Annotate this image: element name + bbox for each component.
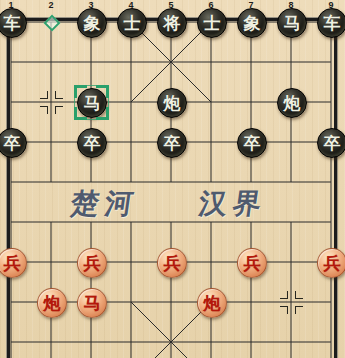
black-soldier[interactable]: 卒 bbox=[317, 128, 345, 158]
red-horse[interactable]: 马 bbox=[77, 288, 107, 318]
black-elephant[interactable]: 象 bbox=[237, 8, 267, 38]
black-elephant[interactable]: 象 bbox=[77, 8, 107, 38]
red-soldier[interactable]: 兵 bbox=[77, 248, 107, 278]
black-advisor[interactable]: 士 bbox=[117, 8, 147, 38]
black-general[interactable]: 将 bbox=[157, 8, 187, 38]
black-soldier[interactable]: 卒 bbox=[77, 128, 107, 158]
xiangqi-board: 楚河 汉界 123456789车象士将士象马车马炮炮卒卒卒卒卒兵兵兵兵兵炮马炮 bbox=[0, 0, 345, 358]
river-label-right: 汉界 bbox=[178, 185, 287, 223]
black-soldier[interactable]: 卒 bbox=[237, 128, 267, 158]
black-chariot[interactable]: 车 bbox=[317, 8, 345, 38]
red-soldier[interactable]: 兵 bbox=[317, 248, 345, 278]
file-label-2: 2 bbox=[45, 0, 57, 10]
point-mark bbox=[40, 91, 63, 114]
black-horse[interactable]: 马 bbox=[277, 8, 307, 38]
last-move-highlight bbox=[75, 86, 108, 119]
xiangqi-app: { "game": "xiangqi", "window": {"width":… bbox=[0, 0, 345, 358]
red-cannon[interactable]: 炮 bbox=[197, 288, 227, 318]
black-cannon[interactable]: 炮 bbox=[277, 88, 307, 118]
red-soldier[interactable]: 兵 bbox=[157, 248, 187, 278]
red-cannon[interactable]: 炮 bbox=[37, 288, 67, 318]
black-cannon[interactable]: 炮 bbox=[157, 88, 187, 118]
red-soldier[interactable]: 兵 bbox=[237, 248, 267, 278]
point-mark bbox=[280, 291, 303, 314]
black-soldier[interactable]: 卒 bbox=[157, 128, 187, 158]
black-advisor[interactable]: 士 bbox=[197, 8, 227, 38]
river-label-left: 楚河 bbox=[50, 185, 159, 223]
